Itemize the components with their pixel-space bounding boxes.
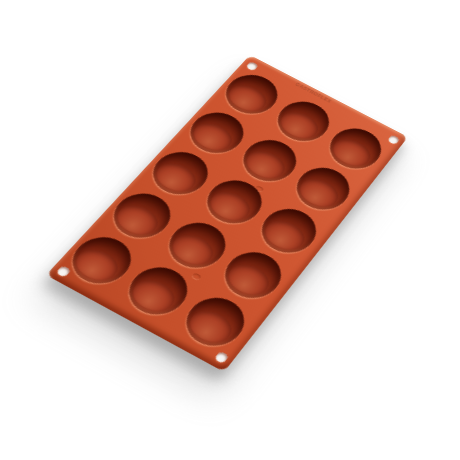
cavity-r5-c2: [118, 258, 198, 323]
cavity-grid: [46, 55, 408, 372]
silicone-mould-plate: GASTROFLEX: [46, 55, 408, 372]
cavity-r2-c1: [180, 104, 253, 160]
cavity-r4-c2: [158, 214, 236, 276]
cavity-r3-c3: [251, 200, 325, 260]
cavity-r1-c1: [216, 67, 287, 121]
cavity-r1-c2: [268, 94, 338, 148]
cavity-r4-c3: [214, 243, 291, 306]
cavity-r5-c1: [61, 228, 142, 292]
cavity-r3-c1: [142, 144, 218, 202]
cavity-r3-c2: [197, 172, 272, 231]
cavity-r1-c3: [320, 120, 390, 175]
cavity-r5-c3: [175, 288, 255, 354]
cavity-r4-c1: [103, 185, 181, 246]
cavity-r2-c2: [233, 132, 306, 189]
cavity-r2-c3: [287, 159, 359, 217]
product-photo-stage: GASTROFLEX: [0, 0, 460, 460]
